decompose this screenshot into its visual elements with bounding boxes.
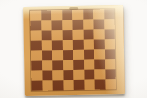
- board-square: [42, 70, 53, 80]
- board-square: [95, 79, 106, 89]
- board-square: [62, 30, 73, 40]
- board-square: [52, 50, 63, 60]
- board-square: [93, 9, 104, 19]
- board-square: [31, 61, 42, 71]
- board-square: [73, 40, 84, 50]
- board-square: [105, 69, 116, 79]
- board-square: [41, 20, 52, 30]
- board-square: [104, 19, 115, 29]
- board-square: [104, 9, 115, 19]
- board-square: [30, 11, 41, 21]
- board-square: [51, 20, 62, 30]
- board-square: [84, 70, 95, 80]
- board-square: [63, 60, 74, 70]
- board-square: [31, 41, 42, 51]
- photo-background: [0, 0, 147, 98]
- board-square: [62, 50, 73, 60]
- board-square: [52, 30, 63, 40]
- board-square: [83, 40, 94, 50]
- board-square: [32, 81, 43, 91]
- board-square: [72, 10, 83, 20]
- board-square: [84, 80, 95, 90]
- board-square: [105, 79, 116, 89]
- board-square: [41, 10, 52, 20]
- board-square: [31, 31, 42, 41]
- board-square: [51, 10, 62, 20]
- board-square: [52, 70, 63, 80]
- board-square: [73, 60, 84, 70]
- board-square: [52, 60, 63, 70]
- board-square: [104, 39, 115, 49]
- board-square: [72, 20, 83, 30]
- game-board: [23, 5, 125, 96]
- board-square: [83, 50, 94, 60]
- board-square: [94, 69, 105, 79]
- board-square: [94, 49, 105, 59]
- board-square: [83, 30, 94, 40]
- board-square: [52, 40, 63, 50]
- board-square: [42, 80, 53, 90]
- board-square: [42, 60, 53, 70]
- board-square: [74, 80, 85, 90]
- board-square: [62, 40, 73, 50]
- board-square: [94, 39, 105, 49]
- board-square: [83, 10, 94, 20]
- board-square: [62, 10, 73, 20]
- board-square: [73, 30, 84, 40]
- board-square: [31, 51, 42, 61]
- board-square: [30, 21, 41, 31]
- board-square: [31, 71, 42, 81]
- board-square: [53, 80, 64, 90]
- board-square: [84, 60, 95, 70]
- board-square: [73, 50, 84, 60]
- board-square: [63, 70, 74, 80]
- playing-area: [30, 9, 116, 91]
- board-square: [94, 29, 105, 39]
- board-square: [73, 70, 84, 80]
- board-square: [94, 59, 105, 69]
- board-square: [83, 20, 94, 30]
- board-square: [105, 59, 116, 69]
- board-square: [104, 29, 115, 39]
- board-square: [41, 30, 52, 40]
- board-square: [41, 50, 52, 60]
- board-square: [63, 80, 74, 90]
- board-square: [62, 20, 73, 30]
- board-square: [41, 40, 52, 50]
- board-square: [93, 19, 104, 29]
- board-square: [104, 49, 115, 59]
